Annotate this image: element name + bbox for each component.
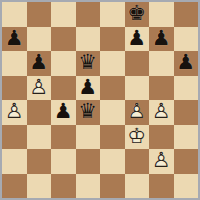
square-b8[interactable] <box>27 2 52 27</box>
black-pawn-glyph: ♟ <box>27 51 52 76</box>
square-b5[interactable]: ♟♙ <box>27 76 52 101</box>
square-f2[interactable] <box>125 149 150 174</box>
square-e6[interactable] <box>100 51 125 76</box>
square-d8[interactable] <box>76 2 101 27</box>
square-c4[interactable]: ♟ <box>51 100 76 125</box>
square-c2[interactable] <box>51 149 76 174</box>
square-h5[interactable] <box>174 76 199 101</box>
chess-board: ♚♟♟♟♟♛♟♟♙♟♟♙♟♛♟♙♟♙♚♔♟♙ <box>0 0 200 200</box>
square-f7[interactable]: ♟ <box>125 27 150 52</box>
square-h1[interactable] <box>174 174 199 199</box>
black-pawn-glyph: ♟ <box>174 51 199 76</box>
square-g7[interactable]: ♟ <box>149 27 174 52</box>
square-d4[interactable]: ♛ <box>76 100 101 125</box>
square-h7[interactable] <box>174 27 199 52</box>
piece-black-pawn: ♟ <box>2 27 27 52</box>
square-a5[interactable] <box>2 76 27 101</box>
square-e2[interactable] <box>100 149 125 174</box>
piece-black-pawn: ♟ <box>149 27 174 52</box>
square-c8[interactable] <box>51 2 76 27</box>
square-d7[interactable] <box>76 27 101 52</box>
piece-white-pawn: ♟♙ <box>149 149 174 174</box>
piece-white-pawn: ♟♙ <box>2 100 27 125</box>
square-c5[interactable] <box>51 76 76 101</box>
square-d3[interactable] <box>76 125 101 150</box>
piece-black-pawn: ♟ <box>174 51 199 76</box>
square-e5[interactable] <box>100 76 125 101</box>
piece-black-king: ♚ <box>125 2 150 27</box>
square-b2[interactable] <box>27 149 52 174</box>
white-king-outline: ♔ <box>125 125 150 150</box>
chess-diagram: ♚♟♟♟♟♛♟♟♙♟♟♙♟♛♟♙♟♙♚♔♟♙ <box>0 0 200 200</box>
piece-black-pawn: ♟ <box>125 27 150 52</box>
square-b4[interactable] <box>27 100 52 125</box>
piece-black-pawn: ♟ <box>51 100 76 125</box>
black-pawn-glyph: ♟ <box>51 100 76 125</box>
square-f6[interactable] <box>125 51 150 76</box>
white-pawn-outline: ♙ <box>149 149 174 174</box>
square-d6[interactable]: ♛ <box>76 51 101 76</box>
square-h3[interactable] <box>174 125 199 150</box>
square-f8[interactable]: ♚ <box>125 2 150 27</box>
square-h2[interactable] <box>174 149 199 174</box>
square-g5[interactable] <box>149 76 174 101</box>
square-a3[interactable] <box>2 125 27 150</box>
piece-black-queen: ♛ <box>76 51 101 76</box>
square-b3[interactable] <box>27 125 52 150</box>
piece-white-king: ♚♔ <box>125 125 150 150</box>
square-a4[interactable]: ♟♙ <box>2 100 27 125</box>
square-g8[interactable] <box>149 2 174 27</box>
square-a2[interactable] <box>2 149 27 174</box>
square-d1[interactable] <box>76 174 101 199</box>
square-a6[interactable] <box>2 51 27 76</box>
black-pawn-glyph: ♟ <box>149 27 174 52</box>
white-pawn-outline: ♙ <box>27 76 52 101</box>
square-g2[interactable]: ♟♙ <box>149 149 174 174</box>
square-b7[interactable] <box>27 27 52 52</box>
square-b6[interactable]: ♟ <box>27 51 52 76</box>
black-pawn-glyph: ♟ <box>2 27 27 52</box>
square-d5[interactable]: ♟ <box>76 76 101 101</box>
piece-white-pawn: ♟♙ <box>125 100 150 125</box>
square-b1[interactable] <box>27 174 52 199</box>
square-c6[interactable] <box>51 51 76 76</box>
square-e4[interactable] <box>100 100 125 125</box>
white-pawn-outline: ♙ <box>2 100 27 125</box>
black-pawn-glyph: ♟ <box>76 76 101 101</box>
white-pawn-outline: ♙ <box>149 100 174 125</box>
square-d2[interactable] <box>76 149 101 174</box>
black-pawn-glyph: ♟ <box>125 27 150 52</box>
square-f5[interactable] <box>125 76 150 101</box>
black-queen-glyph: ♛ <box>76 51 101 76</box>
square-g3[interactable] <box>149 125 174 150</box>
square-e7[interactable] <box>100 27 125 52</box>
piece-white-pawn: ♟♙ <box>27 76 52 101</box>
black-king-glyph: ♚ <box>125 2 150 27</box>
square-f3[interactable]: ♚♔ <box>125 125 150 150</box>
square-a7[interactable]: ♟ <box>2 27 27 52</box>
square-e1[interactable] <box>100 174 125 199</box>
square-h8[interactable] <box>174 2 199 27</box>
square-c7[interactable] <box>51 27 76 52</box>
black-queen-glyph: ♛ <box>76 100 101 125</box>
piece-black-queen: ♛ <box>76 100 101 125</box>
piece-black-pawn: ♟ <box>27 51 52 76</box>
piece-black-pawn: ♟ <box>76 76 101 101</box>
piece-white-pawn: ♟♙ <box>149 100 174 125</box>
square-e8[interactable] <box>100 2 125 27</box>
square-c3[interactable] <box>51 125 76 150</box>
square-g4[interactable]: ♟♙ <box>149 100 174 125</box>
square-a8[interactable] <box>2 2 27 27</box>
square-h6[interactable]: ♟ <box>174 51 199 76</box>
square-c1[interactable] <box>51 174 76 199</box>
square-h4[interactable] <box>174 100 199 125</box>
square-g6[interactable] <box>149 51 174 76</box>
square-f4[interactable]: ♟♙ <box>125 100 150 125</box>
square-g1[interactable] <box>149 174 174 199</box>
square-a1[interactable] <box>2 174 27 199</box>
square-e3[interactable] <box>100 125 125 150</box>
white-pawn-outline: ♙ <box>125 100 150 125</box>
square-f1[interactable] <box>125 174 150 199</box>
